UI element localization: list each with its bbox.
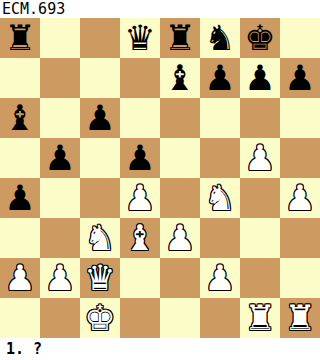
square-d8[interactable]: ♛ <box>120 18 160 58</box>
white-pawn: ♟ <box>124 178 155 218</box>
square-h6[interactable] <box>280 98 320 138</box>
square-e2[interactable] <box>160 258 200 298</box>
square-b1[interactable] <box>40 298 80 338</box>
black-queen: ♛ <box>124 18 155 58</box>
black-pawn: ♟ <box>84 98 115 138</box>
white-knight: ♞ <box>84 218 115 258</box>
square-c6[interactable]: ♟ <box>80 98 120 138</box>
square-h2[interactable] <box>280 258 320 298</box>
square-d1[interactable] <box>120 298 160 338</box>
square-c4[interactable] <box>80 178 120 218</box>
square-c2[interactable]: ♛ <box>80 258 120 298</box>
square-h3[interactable] <box>280 218 320 258</box>
white-pawn: ♟ <box>4 258 35 298</box>
square-b3[interactable] <box>40 218 80 258</box>
square-b6[interactable] <box>40 98 80 138</box>
square-g6[interactable] <box>240 98 280 138</box>
square-g2[interactable] <box>240 258 280 298</box>
white-knight: ♞ <box>204 178 235 218</box>
black-king: ♚ <box>244 18 275 58</box>
square-h1[interactable]: ♜ <box>280 298 320 338</box>
square-e7[interactable]: ♝ <box>160 58 200 98</box>
square-f7[interactable]: ♟ <box>200 58 240 98</box>
square-c7[interactable] <box>80 58 120 98</box>
black-pawn: ♟ <box>284 58 315 98</box>
square-a8[interactable]: ♜ <box>0 18 40 58</box>
square-g1[interactable]: ♜ <box>240 298 280 338</box>
square-d4[interactable]: ♟ <box>120 178 160 218</box>
square-a7[interactable] <box>0 58 40 98</box>
square-d5[interactable]: ♟ <box>120 138 160 178</box>
square-d7[interactable] <box>120 58 160 98</box>
black-knight: ♞ <box>204 18 235 58</box>
square-d6[interactable] <box>120 98 160 138</box>
square-a3[interactable] <box>0 218 40 258</box>
square-e8[interactable]: ♜ <box>160 18 200 58</box>
square-b4[interactable] <box>40 178 80 218</box>
square-e4[interactable] <box>160 178 200 218</box>
square-f3[interactable] <box>200 218 240 258</box>
white-pawn: ♟ <box>244 138 275 178</box>
white-pawn: ♟ <box>44 258 75 298</box>
square-h8[interactable] <box>280 18 320 58</box>
title-bar: ECM.693 <box>0 0 320 18</box>
black-pawn: ♟ <box>4 178 35 218</box>
white-pawn: ♟ <box>284 178 315 218</box>
white-queen: ♛ <box>84 258 115 298</box>
square-d3[interactable]: ♝ <box>120 218 160 258</box>
black-pawn: ♟ <box>44 138 75 178</box>
square-h4[interactable]: ♟ <box>280 178 320 218</box>
square-a2[interactable]: ♟ <box>0 258 40 298</box>
white-bishop: ♝ <box>124 218 155 258</box>
square-f2[interactable]: ♟ <box>200 258 240 298</box>
square-f4[interactable]: ♞ <box>200 178 240 218</box>
square-g8[interactable]: ♚ <box>240 18 280 58</box>
black-pawn: ♟ <box>244 58 275 98</box>
status-bar: 1. ? <box>0 338 320 360</box>
white-king: ♚ <box>84 298 115 338</box>
square-a1[interactable] <box>0 298 40 338</box>
square-a6[interactable]: ♝ <box>0 98 40 138</box>
square-g4[interactable] <box>240 178 280 218</box>
square-h7[interactable]: ♟ <box>280 58 320 98</box>
page-title: ECM.693 <box>2 0 65 18</box>
white-rook: ♜ <box>284 298 315 338</box>
black-pawn: ♟ <box>124 138 155 178</box>
white-rook: ♜ <box>244 298 275 338</box>
square-e3[interactable]: ♟ <box>160 218 200 258</box>
black-pawn: ♟ <box>204 58 235 98</box>
square-c8[interactable] <box>80 18 120 58</box>
square-b2[interactable]: ♟ <box>40 258 80 298</box>
black-bishop: ♝ <box>4 98 35 138</box>
square-a4[interactable]: ♟ <box>0 178 40 218</box>
square-f8[interactable]: ♞ <box>200 18 240 58</box>
black-bishop: ♝ <box>164 58 195 98</box>
black-rook: ♜ <box>4 18 35 58</box>
square-g7[interactable]: ♟ <box>240 58 280 98</box>
square-d2[interactable] <box>120 258 160 298</box>
square-b5[interactable]: ♟ <box>40 138 80 178</box>
square-h5[interactable] <box>280 138 320 178</box>
square-f1[interactable] <box>200 298 240 338</box>
square-f5[interactable] <box>200 138 240 178</box>
white-pawn: ♟ <box>204 258 235 298</box>
square-e5[interactable] <box>160 138 200 178</box>
square-g5[interactable]: ♟ <box>240 138 280 178</box>
square-c5[interactable] <box>80 138 120 178</box>
move-prompt: 1. ? <box>6 338 42 360</box>
square-b7[interactable] <box>40 58 80 98</box>
chess-board: ♜♛♜♞♚♝♟♟♟♝♟♟♟♟♟♟♞♟♞♝♟♟♟♛♟♚♜♜ <box>0 18 320 338</box>
square-f6[interactable] <box>200 98 240 138</box>
square-e1[interactable] <box>160 298 200 338</box>
square-c3[interactable]: ♞ <box>80 218 120 258</box>
square-c1[interactable]: ♚ <box>80 298 120 338</box>
white-pawn: ♟ <box>164 218 195 258</box>
square-b8[interactable] <box>40 18 80 58</box>
black-rook: ♜ <box>164 18 195 58</box>
square-e6[interactable] <box>160 98 200 138</box>
square-a5[interactable] <box>0 138 40 178</box>
square-g3[interactable] <box>240 218 280 258</box>
